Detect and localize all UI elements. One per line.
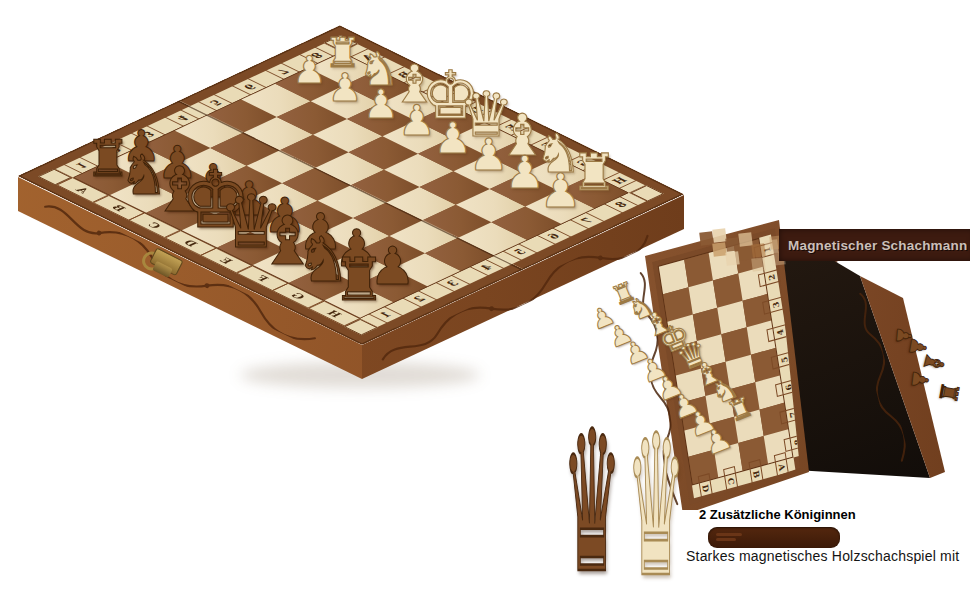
extra-queens-label: 2 Zusätzliche Königinnen	[699, 507, 856, 522]
brand-box-bar	[716, 538, 736, 541]
banner-label: Magnetischer Schachmann	[779, 238, 967, 253]
motif-square	[751, 243, 765, 257]
queen-glyph: ♛	[562, 423, 621, 583]
extra-queen-dark: ♛	[562, 432, 622, 582]
bottom-caption: Starkes magnetisches Holzschachspiel mit	[686, 548, 959, 564]
motif-square	[725, 251, 739, 265]
brand-box	[708, 527, 840, 548]
extra-queen-light: ♛	[626, 436, 686, 586]
product-image-stage: ABCDEFGH ABCDEFGH 12345678 12345678 ♜♞♝♚…	[0, 0, 970, 600]
queen-glyph: ♛	[626, 427, 685, 587]
motif-square	[751, 257, 765, 271]
banner: Magnetischer Schachmann	[779, 229, 970, 261]
brand-box-bar	[716, 533, 742, 536]
